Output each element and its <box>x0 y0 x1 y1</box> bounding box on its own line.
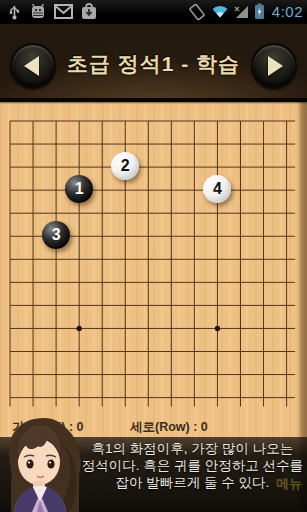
status-bar: 4:02 <box>0 0 307 24</box>
next-button[interactable] <box>251 43 297 89</box>
usb-icon <box>7 3 22 20</box>
wifi-icon <box>211 4 229 19</box>
rotation-icon <box>187 3 207 21</box>
adb-debug-icon <box>29 3 47 20</box>
lesson-text-line1: 흑1의 화점이후, 가장 많이 나오는 <box>80 440 305 457</box>
status-bar-right: 4:02 <box>187 3 307 21</box>
gmail-icon <box>54 4 73 19</box>
app-screen: 4:02 초급 정석1 - 학습 1234 가로(Col) : 0 세로(Row… <box>0 0 307 512</box>
clock: 4:02 <box>269 3 303 20</box>
star-point <box>215 326 220 331</box>
download-icon <box>80 3 98 20</box>
battery-charging-icon <box>254 3 265 20</box>
signal-icon <box>233 4 250 19</box>
status-bar-left <box>0 3 187 20</box>
tutor-character-illustration <box>0 417 88 512</box>
lesson-text: 흑1의 화점이후, 가장 많이 나오는 정석이다. 흑은 귀를 안정하고 선수를… <box>80 440 305 491</box>
arrow-right-icon <box>268 56 283 76</box>
title-bar: 초급 정석1 - 학습 <box>0 24 307 98</box>
titlebar-divider <box>0 98 307 102</box>
lesson-text-line3: 잡아 발빠르게 둘 수 있다. <box>80 474 305 491</box>
menu-button[interactable]: 메뉴 <box>276 475 302 493</box>
row-readout: 세로(Row) : 0 <box>130 419 208 436</box>
star-point <box>77 326 82 331</box>
lesson-text-line2: 정석이다. 흑은 귀를 안정하고 선수를 <box>80 457 305 474</box>
